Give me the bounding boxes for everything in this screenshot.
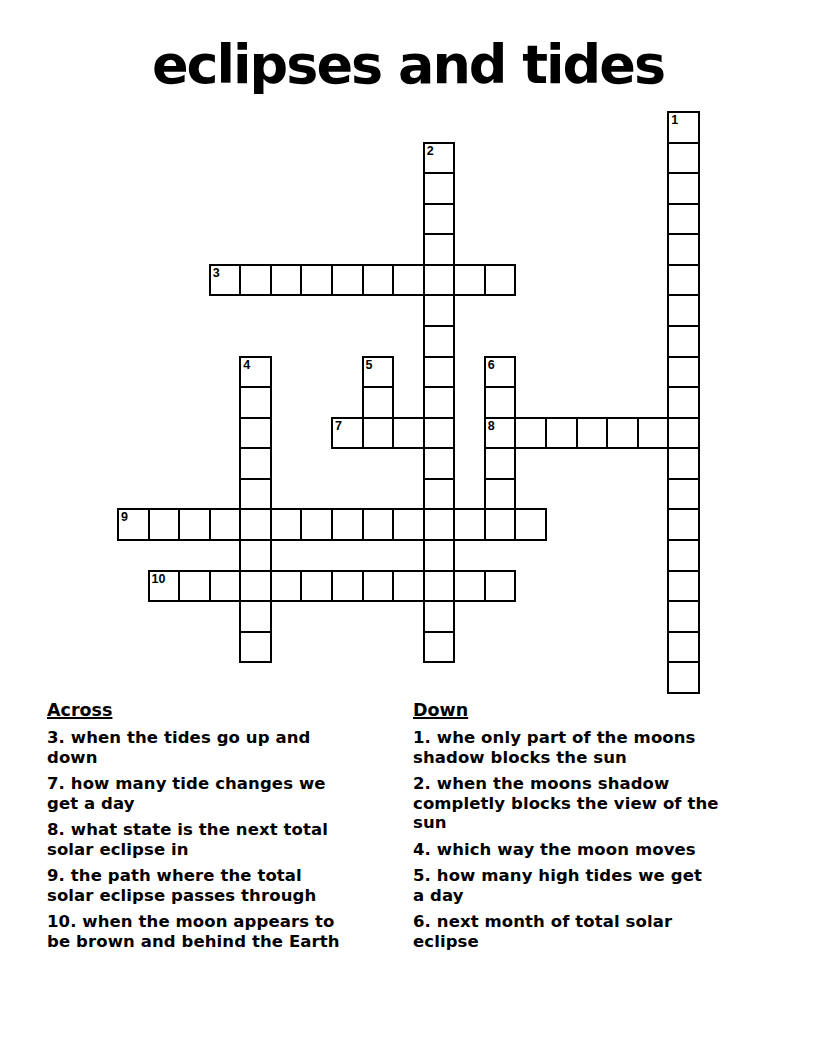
grid-cell-r14c4[interactable] [239, 539, 272, 572]
grid-cell-r5c3[interactable]: 3 [209, 264, 242, 297]
grid-cell-r12c12[interactable] [484, 478, 517, 511]
down-clue-6: 6. next month of total solar eclipse [413, 912, 793, 951]
grid-cell-r10c14[interactable] [545, 417, 578, 450]
grid-cell-r5c12[interactable] [484, 264, 517, 297]
grid-cell-r3c18[interactable] [667, 203, 700, 236]
across-header: Across [47, 700, 397, 720]
down-clue-1: 1. whe only part of the moons shadow blo… [413, 728, 793, 767]
grid-cell-r10c10[interactable] [423, 417, 456, 450]
grid-cell-r13c10[interactable] [423, 508, 456, 541]
grid-cell-r8c12[interactable]: 6 [484, 356, 517, 389]
grid-cell-r16c10[interactable] [423, 600, 456, 633]
grid-cell-r13c4[interactable] [239, 508, 272, 541]
grid-cell-r5c11[interactable] [453, 264, 486, 297]
grid-cell-r13c12[interactable] [484, 508, 517, 541]
across-clue-10: 10. when the moon appears to be brown an… [47, 912, 397, 951]
grid-cell-r13c7[interactable] [331, 508, 364, 541]
grid-cell-r5c9[interactable] [392, 264, 425, 297]
grid-cell-r5c18[interactable] [667, 264, 700, 297]
grid-cell-r9c18[interactable] [667, 386, 700, 419]
grid-cell-r0c18[interactable]: 1 [667, 111, 700, 144]
grid-cell-r10c12[interactable]: 8 [484, 417, 517, 450]
cell-number-3: 3 [213, 266, 220, 280]
grid-cell-r9c10[interactable] [423, 386, 456, 419]
across-clue-3: 3. when the tides go up and down [47, 728, 397, 767]
grid-cell-r4c18[interactable] [667, 233, 700, 266]
down-clue-2: 2. when the moons shadow completly block… [413, 774, 793, 833]
grid-cell-r13c18[interactable] [667, 508, 700, 541]
grid-cell-r14c10[interactable] [423, 539, 456, 572]
grid-cell-r1c18[interactable] [667, 142, 700, 175]
grid-cell-r10c4[interactable] [239, 417, 272, 450]
grid-cell-r15c10[interactable] [423, 570, 456, 603]
grid-cell-r5c8[interactable] [362, 264, 395, 297]
grid-cell-r8c8[interactable]: 5 [362, 356, 395, 389]
grid-cell-r15c3[interactable] [209, 570, 242, 603]
grid-cell-r9c4[interactable] [239, 386, 272, 419]
grid-cell-r6c10[interactable] [423, 294, 456, 327]
grid-cell-r5c5[interactable] [270, 264, 303, 297]
grid-cell-r12c18[interactable] [667, 478, 700, 511]
grid-cell-r8c10[interactable] [423, 356, 456, 389]
down-clue-4: 4. which way the moon moves [413, 840, 793, 860]
grid-cell-r12c10[interactable] [423, 478, 456, 511]
grid-cell-r13c11[interactable] [453, 508, 486, 541]
worksheet-page: { "title": "eclipses and tides", "game":… [0, 0, 816, 1056]
across-clues-section: Across 3. when the tides go up and down7… [47, 700, 397, 958]
grid-cell-r17c4[interactable] [239, 631, 272, 664]
across-clue-7: 7. how many tide changes we get a day [47, 774, 397, 813]
grid-cell-r10c7[interactable]: 7 [331, 417, 364, 450]
grid-cell-r11c4[interactable] [239, 447, 272, 480]
grid-cell-r17c10[interactable] [423, 631, 456, 664]
grid-cell-r9c12[interactable] [484, 386, 517, 419]
grid-cell-r13c6[interactable] [300, 508, 333, 541]
grid-cell-r13c1[interactable] [148, 508, 181, 541]
grid-cell-r10c16[interactable] [606, 417, 639, 450]
grid-cell-r13c3[interactable] [209, 508, 242, 541]
crossword-grid: 12345678910 [117, 111, 702, 696]
grid-cell-r10c17[interactable] [637, 417, 670, 450]
cell-number-9: 9 [121, 510, 128, 524]
grid-cell-r15c12[interactable] [484, 570, 517, 603]
grid-cell-r10c15[interactable] [576, 417, 609, 450]
grid-cell-r5c6[interactable] [300, 264, 333, 297]
grid-cell-r15c4[interactable] [239, 570, 272, 603]
grid-cell-r16c18[interactable] [667, 600, 700, 633]
grid-cell-r15c7[interactable] [331, 570, 364, 603]
grid-cell-r13c5[interactable] [270, 508, 303, 541]
grid-cell-r13c0[interactable]: 9 [117, 508, 150, 541]
cell-number-8: 8 [488, 419, 495, 433]
grid-cell-r15c2[interactable] [178, 570, 211, 603]
grid-cell-r9c8[interactable] [362, 386, 395, 419]
grid-cell-r13c13[interactable] [514, 508, 547, 541]
grid-cell-r15c9[interactable] [392, 570, 425, 603]
grid-cell-r1c10[interactable]: 2 [423, 142, 456, 175]
grid-cell-r11c10[interactable] [423, 447, 456, 480]
grid-cell-r18c18[interactable] [667, 661, 700, 694]
across-clue-9: 9. the path where the total solar eclips… [47, 866, 397, 905]
grid-cell-r16c4[interactable] [239, 600, 272, 633]
grid-cell-r10c13[interactable] [514, 417, 547, 450]
grid-cell-r2c10[interactable] [423, 172, 456, 205]
grid-cell-r11c18[interactable] [667, 447, 700, 480]
grid-cell-r8c18[interactable] [667, 356, 700, 389]
grid-cell-r15c5[interactable] [270, 570, 303, 603]
grid-cell-r7c18[interactable] [667, 325, 700, 358]
grid-cell-r3c10[interactable] [423, 203, 456, 236]
grid-cell-r10c8[interactable] [362, 417, 395, 450]
page-title: eclipses and tides [0, 38, 816, 92]
grid-cell-r13c8[interactable] [362, 508, 395, 541]
grid-cell-r13c9[interactable] [392, 508, 425, 541]
grid-cell-r8c4[interactable]: 4 [239, 356, 272, 389]
cell-number-5: 5 [366, 358, 373, 372]
grid-cell-r10c9[interactable] [392, 417, 425, 450]
across-clue-8: 8. what state is the next total solar ec… [47, 820, 397, 859]
grid-cell-r5c7[interactable] [331, 264, 364, 297]
grid-cell-r12c4[interactable] [239, 478, 272, 511]
grid-cell-r15c11[interactable] [453, 570, 486, 603]
cell-number-7: 7 [335, 419, 342, 433]
down-clue-list: 1. whe only part of the moons shadow blo… [413, 728, 793, 951]
grid-cell-r4c10[interactable] [423, 233, 456, 266]
grid-cell-r5c4[interactable] [239, 264, 272, 297]
cell-number-10: 10 [152, 572, 166, 586]
cell-number-6: 6 [488, 358, 495, 372]
grid-cell-r7c10[interactable] [423, 325, 456, 358]
grid-cell-r14c18[interactable] [667, 539, 700, 572]
grid-cell-r15c1[interactable]: 10 [148, 570, 181, 603]
cell-number-2: 2 [427, 144, 434, 158]
grid-cell-r15c6[interactable] [300, 570, 333, 603]
grid-cell-r13c2[interactable] [178, 508, 211, 541]
grid-cell-r15c18[interactable] [667, 570, 700, 603]
grid-cell-r2c18[interactable] [667, 172, 700, 205]
down-clues-section: Down 1. whe only part of the moons shado… [413, 700, 793, 958]
down-header: Down [413, 700, 793, 720]
across-clue-list: 3. when the tides go up and down7. how m… [47, 728, 397, 951]
grid-cell-r6c18[interactable] [667, 294, 700, 327]
down-clue-5: 5. how many high tides we get a day [413, 866, 793, 905]
cell-number-4: 4 [243, 358, 250, 372]
grid-cell-r17c18[interactable] [667, 631, 700, 664]
grid-cell-r5c10[interactable] [423, 264, 456, 297]
grid-cell-r15c8[interactable] [362, 570, 395, 603]
grid-cell-r11c12[interactable] [484, 447, 517, 480]
grid-cell-r10c18[interactable] [667, 417, 700, 450]
cell-number-1: 1 [671, 113, 678, 127]
